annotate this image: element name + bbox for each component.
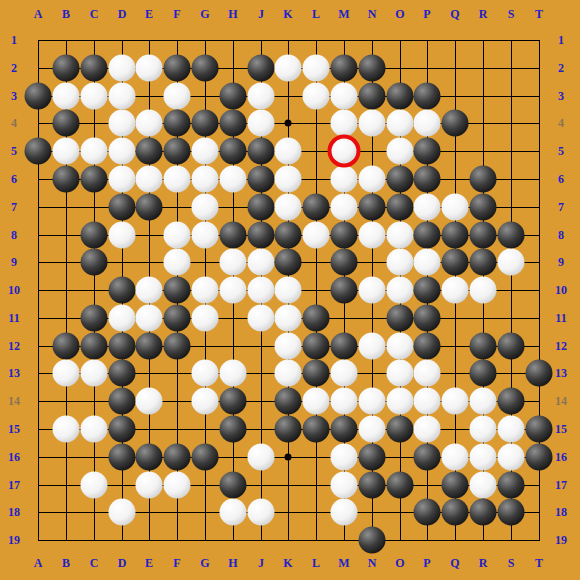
black-stone-J7[interactable] — [248, 194, 275, 221]
white-stone-H9[interactable] — [220, 249, 247, 276]
black-stone-A3[interactable] — [25, 83, 52, 110]
col-label-bottom-T: T — [535, 556, 543, 571]
white-stone-D18[interactable] — [109, 499, 136, 526]
black-stone-C9[interactable] — [81, 249, 108, 276]
black-stone-F2[interactable] — [164, 55, 191, 82]
black-stone-L12[interactable] — [303, 333, 330, 360]
black-stone-H3[interactable] — [220, 83, 247, 110]
white-stone-B3[interactable] — [53, 83, 80, 110]
col-label-top-M: M — [338, 7, 349, 22]
black-stone-Q17[interactable] — [442, 472, 469, 499]
white-stone-D8[interactable] — [109, 222, 136, 249]
row-label-left-3: 3 — [11, 89, 17, 104]
white-stone-S15[interactable] — [498, 416, 525, 443]
white-stone-S16[interactable] — [498, 444, 525, 471]
col-label-bottom-S: S — [508, 556, 515, 571]
black-stone-R12[interactable] — [470, 333, 497, 360]
black-stone-H4[interactable] — [220, 110, 247, 137]
row-label-right-15: 15 — [555, 422, 567, 437]
row-label-left-8: 8 — [11, 228, 17, 243]
row-label-left-18: 18 — [8, 505, 20, 520]
black-stone-D14[interactable] — [109, 388, 136, 415]
white-stone-R14[interactable] — [470, 388, 497, 415]
black-stone-L15[interactable] — [303, 416, 330, 443]
row-label-right-16: 16 — [555, 450, 567, 465]
row-label-right-8: 8 — [558, 228, 564, 243]
col-label-top-B: B — [62, 7, 70, 22]
white-stone-K12[interactable] — [275, 333, 302, 360]
white-stone-N10[interactable] — [359, 277, 386, 304]
black-stone-O6[interactable] — [387, 166, 414, 193]
white-stone-B15[interactable] — [53, 416, 80, 443]
col-label-top-J: J — [258, 7, 264, 22]
white-stone-E2[interactable] — [136, 55, 163, 82]
row-label-left-5: 5 — [11, 144, 17, 159]
col-label-bottom-R: R — [479, 556, 488, 571]
black-stone-G4[interactable] — [192, 110, 219, 137]
white-stone-K2[interactable] — [275, 55, 302, 82]
white-stone-B5[interactable] — [53, 138, 80, 165]
row-label-left-13: 13 — [8, 366, 20, 381]
col-label-top-T: T — [535, 7, 543, 22]
col-label-bottom-G: G — [200, 556, 209, 571]
black-stone-E7[interactable] — [136, 194, 163, 221]
black-stone-M10[interactable] — [331, 277, 358, 304]
white-stone-D3[interactable] — [109, 83, 136, 110]
black-stone-H17[interactable] — [220, 472, 247, 499]
col-label-top-H: H — [228, 7, 237, 22]
white-stone-O12[interactable] — [387, 333, 414, 360]
white-stone-E4[interactable] — [136, 110, 163, 137]
black-stone-M8[interactable] — [331, 222, 358, 249]
black-stone-J5[interactable] — [248, 138, 275, 165]
black-stone-S12[interactable] — [498, 333, 525, 360]
black-stone-Q4[interactable] — [442, 110, 469, 137]
row-label-right-10: 10 — [555, 283, 567, 298]
white-stone-O4[interactable] — [387, 110, 414, 137]
white-stone-M18[interactable] — [331, 499, 358, 526]
row-label-left-17: 17 — [8, 478, 20, 493]
black-stone-J2[interactable] — [248, 55, 275, 82]
row-label-left-4: 4 — [11, 116, 17, 131]
black-stone-E12[interactable] — [136, 333, 163, 360]
black-stone-F16[interactable] — [164, 444, 191, 471]
black-stone-H15[interactable] — [220, 416, 247, 443]
row-label-left-7: 7 — [11, 200, 17, 215]
black-stone-N16[interactable] — [359, 444, 386, 471]
white-stone-O13[interactable] — [387, 360, 414, 387]
row-label-right-2: 2 — [558, 61, 564, 76]
grid-line-horizontal — [38, 540, 539, 541]
row-label-right-5: 5 — [558, 144, 564, 159]
white-stone-O9[interactable] — [387, 249, 414, 276]
white-stone-H18[interactable] — [220, 499, 247, 526]
black-stone-D7[interactable] — [109, 194, 136, 221]
black-stone-P16[interactable] — [414, 444, 441, 471]
white-stone-L8[interactable] — [303, 222, 330, 249]
grid-line-vertical — [316, 40, 317, 541]
black-stone-T15[interactable] — [526, 416, 553, 443]
white-stone-F6[interactable] — [164, 166, 191, 193]
col-label-bottom-M: M — [338, 556, 349, 571]
col-label-bottom-D: D — [118, 556, 127, 571]
row-label-right-17: 17 — [555, 478, 567, 493]
black-stone-P6[interactable] — [414, 166, 441, 193]
white-stone-O14[interactable] — [387, 388, 414, 415]
white-stone-K6[interactable] — [275, 166, 302, 193]
black-stone-O7[interactable] — [387, 194, 414, 221]
black-stone-B2[interactable] — [53, 55, 80, 82]
white-stone-O5[interactable] — [387, 138, 414, 165]
black-stone-H8[interactable] — [220, 222, 247, 249]
black-stone-B4[interactable] — [53, 110, 80, 137]
white-stone-C5[interactable] — [81, 138, 108, 165]
black-stone-N17[interactable] — [359, 472, 386, 499]
white-stone-S9[interactable] — [498, 249, 525, 276]
white-stone-E10[interactable] — [136, 277, 163, 304]
row-label-right-1: 1 — [558, 33, 564, 48]
white-stone-H13[interactable] — [220, 360, 247, 387]
black-stone-J8[interactable] — [248, 222, 275, 249]
col-label-top-C: C — [90, 7, 99, 22]
black-stone-M9[interactable] — [331, 249, 358, 276]
white-stone-P15[interactable] — [414, 416, 441, 443]
white-stone-K10[interactable] — [275, 277, 302, 304]
white-stone-J16[interactable] — [248, 444, 275, 471]
black-stone-O15[interactable] — [387, 416, 414, 443]
black-stone-P12[interactable] — [414, 333, 441, 360]
col-label-bottom-P: P — [423, 556, 430, 571]
white-stone-N4[interactable] — [359, 110, 386, 137]
white-stone-D11[interactable] — [109, 305, 136, 332]
col-label-bottom-N: N — [368, 556, 377, 571]
black-stone-C12[interactable] — [81, 333, 108, 360]
black-stone-M2[interactable] — [331, 55, 358, 82]
black-stone-R7[interactable] — [470, 194, 497, 221]
white-stone-H10[interactable] — [220, 277, 247, 304]
white-stone-G14[interactable] — [192, 388, 219, 415]
white-stone-P7[interactable] — [414, 194, 441, 221]
white-stone-K7[interactable] — [275, 194, 302, 221]
white-stone-D6[interactable] — [109, 166, 136, 193]
white-stone-P13[interactable] — [414, 360, 441, 387]
col-label-bottom-J: J — [258, 556, 264, 571]
last-move-marker — [328, 135, 361, 168]
white-stone-B13[interactable] — [53, 360, 80, 387]
row-label-right-6: 6 — [558, 172, 564, 187]
black-stone-S8[interactable] — [498, 222, 525, 249]
black-stone-H5[interactable] — [220, 138, 247, 165]
go-board: AABBCCDDEEFFGGHHJJKKLLMMNNOOPPQQRRSSTT11… — [0, 0, 580, 580]
black-stone-B12[interactable] — [53, 333, 80, 360]
white-stone-J18[interactable] — [248, 499, 275, 526]
white-stone-J3[interactable] — [248, 83, 275, 110]
white-stone-R16[interactable] — [470, 444, 497, 471]
row-label-right-7: 7 — [558, 200, 564, 215]
white-stone-M3[interactable] — [331, 83, 358, 110]
black-stone-K14[interactable] — [275, 388, 302, 415]
white-stone-E6[interactable] — [136, 166, 163, 193]
white-stone-M14[interactable] — [331, 388, 358, 415]
white-stone-R17[interactable] — [470, 472, 497, 499]
row-label-right-4: 4 — [558, 116, 564, 131]
white-stone-N14[interactable] — [359, 388, 386, 415]
row-label-right-3: 3 — [558, 89, 564, 104]
white-stone-G8[interactable] — [192, 222, 219, 249]
row-label-left-19: 19 — [8, 533, 20, 548]
white-stone-N6[interactable] — [359, 166, 386, 193]
black-stone-O3[interactable] — [387, 83, 414, 110]
white-stone-M13[interactable] — [331, 360, 358, 387]
white-stone-N12[interactable] — [359, 333, 386, 360]
white-stone-M4[interactable] — [331, 110, 358, 137]
white-stone-N15[interactable] — [359, 416, 386, 443]
black-stone-F10[interactable] — [164, 277, 191, 304]
black-stone-C6[interactable] — [81, 166, 108, 193]
black-stone-N7[interactable] — [359, 194, 386, 221]
black-stone-F11[interactable] — [164, 305, 191, 332]
black-stone-B6[interactable] — [53, 166, 80, 193]
black-stone-N3[interactable] — [359, 83, 386, 110]
black-stone-F12[interactable] — [164, 333, 191, 360]
col-label-top-K: K — [283, 7, 292, 22]
black-stone-S14[interactable] — [498, 388, 525, 415]
col-label-bottom-A: A — [34, 556, 43, 571]
white-stone-G5[interactable] — [192, 138, 219, 165]
row-label-left-15: 15 — [8, 422, 20, 437]
col-label-top-R: R — [479, 7, 488, 22]
row-label-left-16: 16 — [8, 450, 20, 465]
black-stone-D13[interactable] — [109, 360, 136, 387]
row-label-right-9: 9 — [558, 255, 564, 270]
white-stone-L2[interactable] — [303, 55, 330, 82]
col-label-bottom-L: L — [312, 556, 320, 571]
white-stone-R10[interactable] — [470, 277, 497, 304]
white-stone-N8[interactable] — [359, 222, 386, 249]
col-label-top-G: G — [200, 7, 209, 22]
white-stone-M6[interactable] — [331, 166, 358, 193]
black-stone-K15[interactable] — [275, 416, 302, 443]
white-stone-F3[interactable] — [164, 83, 191, 110]
col-label-bottom-K: K — [283, 556, 292, 571]
black-stone-S17[interactable] — [498, 472, 525, 499]
col-label-bottom-H: H — [228, 556, 237, 571]
black-stone-T13[interactable] — [526, 360, 553, 387]
black-stone-O11[interactable] — [387, 305, 414, 332]
black-stone-R6[interactable] — [470, 166, 497, 193]
white-stone-G11[interactable] — [192, 305, 219, 332]
col-label-bottom-O: O — [395, 556, 404, 571]
white-stone-Q10[interactable] — [442, 277, 469, 304]
white-stone-Q16[interactable] — [442, 444, 469, 471]
black-stone-C2[interactable] — [81, 55, 108, 82]
white-stone-E14[interactable] — [136, 388, 163, 415]
row-label-left-14: 14 — [8, 394, 20, 409]
black-stone-R13[interactable] — [470, 360, 497, 387]
black-stone-T16[interactable] — [526, 444, 553, 471]
white-stone-G6[interactable] — [192, 166, 219, 193]
white-stone-C15[interactable] — [81, 416, 108, 443]
white-stone-M16[interactable] — [331, 444, 358, 471]
white-stone-P4[interactable] — [414, 110, 441, 137]
white-stone-G7[interactable] — [192, 194, 219, 221]
row-label-right-14: 14 — [555, 394, 567, 409]
col-label-top-A: A — [34, 7, 43, 22]
col-label-top-O: O — [395, 7, 404, 22]
white-stone-J10[interactable] — [248, 277, 275, 304]
black-stone-Q9[interactable] — [442, 249, 469, 276]
black-stone-C8[interactable] — [81, 222, 108, 249]
col-label-bottom-Q: Q — [450, 556, 459, 571]
row-label-right-19: 19 — [555, 533, 567, 548]
white-stone-D4[interactable] — [109, 110, 136, 137]
row-label-right-18: 18 — [555, 505, 567, 520]
white-stone-F9[interactable] — [164, 249, 191, 276]
col-label-top-P: P — [423, 7, 430, 22]
white-stone-F17[interactable] — [164, 472, 191, 499]
white-stone-O10[interactable] — [387, 277, 414, 304]
black-stone-J6[interactable] — [248, 166, 275, 193]
white-stone-F8[interactable] — [164, 222, 191, 249]
white-stone-Q14[interactable] — [442, 388, 469, 415]
col-label-top-E: E — [145, 7, 153, 22]
col-label-top-F: F — [173, 7, 180, 22]
col-label-top-N: N — [368, 7, 377, 22]
black-stone-P5[interactable] — [414, 138, 441, 165]
black-stone-P18[interactable] — [414, 499, 441, 526]
black-stone-F4[interactable] — [164, 110, 191, 137]
black-stone-G16[interactable] — [192, 444, 219, 471]
row-label-left-1: 1 — [11, 33, 17, 48]
white-stone-D5[interactable] — [109, 138, 136, 165]
white-stone-C17[interactable] — [81, 472, 108, 499]
black-stone-L13[interactable] — [303, 360, 330, 387]
black-stone-Q18[interactable] — [442, 499, 469, 526]
black-stone-E5[interactable] — [136, 138, 163, 165]
black-stone-R9[interactable] — [470, 249, 497, 276]
white-stone-Q7[interactable] — [442, 194, 469, 221]
white-stone-E11[interactable] — [136, 305, 163, 332]
black-stone-D10[interactable] — [109, 277, 136, 304]
hoshi-point-K16 — [285, 454, 292, 461]
black-stone-H14[interactable] — [220, 388, 247, 415]
white-stone-L3[interactable] — [303, 83, 330, 110]
row-label-left-2: 2 — [11, 61, 17, 76]
row-label-left-9: 9 — [11, 255, 17, 270]
white-stone-E17[interactable] — [136, 472, 163, 499]
black-stone-D15[interactable] — [109, 416, 136, 443]
black-stone-E16[interactable] — [136, 444, 163, 471]
black-stone-S18[interactable] — [498, 499, 525, 526]
white-stone-O8[interactable] — [387, 222, 414, 249]
white-stone-K13[interactable] — [275, 360, 302, 387]
black-stone-F5[interactable] — [164, 138, 191, 165]
white-stone-D2[interactable] — [109, 55, 136, 82]
col-label-bottom-E: E — [145, 556, 153, 571]
col-label-top-L: L — [312, 7, 320, 22]
black-stone-O17[interactable] — [387, 472, 414, 499]
black-stone-M15[interactable] — [331, 416, 358, 443]
white-stone-C3[interactable] — [81, 83, 108, 110]
white-stone-M17[interactable] — [331, 472, 358, 499]
white-stone-J4[interactable] — [248, 110, 275, 137]
white-stone-H6[interactable] — [220, 166, 247, 193]
black-stone-K9[interactable] — [275, 249, 302, 276]
col-label-top-Q: Q — [450, 7, 459, 22]
col-label-top-S: S — [508, 7, 515, 22]
black-stone-D16[interactable] — [109, 444, 136, 471]
white-stone-G13[interactable] — [192, 360, 219, 387]
black-stone-P11[interactable] — [414, 305, 441, 332]
white-stone-P14[interactable] — [414, 388, 441, 415]
white-stone-J9[interactable] — [248, 249, 275, 276]
hoshi-point-K4 — [285, 120, 292, 127]
white-stone-C13[interactable] — [81, 360, 108, 387]
black-stone-K8[interactable] — [275, 222, 302, 249]
black-stone-G2[interactable] — [192, 55, 219, 82]
white-stone-P9[interactable] — [414, 249, 441, 276]
row-label-right-12: 12 — [555, 339, 567, 354]
black-stone-R18[interactable] — [470, 499, 497, 526]
black-stone-N2[interactable] — [359, 55, 386, 82]
col-label-bottom-F: F — [173, 556, 180, 571]
col-label-top-D: D — [118, 7, 127, 22]
black-stone-C11[interactable] — [81, 305, 108, 332]
col-label-bottom-B: B — [62, 556, 70, 571]
row-label-right-11: 11 — [555, 311, 566, 326]
black-stone-D12[interactable] — [109, 333, 136, 360]
black-stone-M12[interactable] — [331, 333, 358, 360]
row-label-left-12: 12 — [8, 339, 20, 354]
white-stone-J11[interactable] — [248, 305, 275, 332]
row-label-left-11: 11 — [8, 311, 19, 326]
black-stone-N19[interactable] — [359, 527, 386, 554]
row-label-right-13: 13 — [555, 366, 567, 381]
white-stone-L14[interactable] — [303, 388, 330, 415]
white-stone-G10[interactable] — [192, 277, 219, 304]
white-stone-K11[interactable] — [275, 305, 302, 332]
white-stone-R15[interactable] — [470, 416, 497, 443]
black-stone-P10[interactable] — [414, 277, 441, 304]
white-stone-K5[interactable] — [275, 138, 302, 165]
row-label-left-6: 6 — [11, 172, 17, 187]
black-stone-R8[interactable] — [470, 222, 497, 249]
black-stone-L11[interactable] — [303, 305, 330, 332]
black-stone-Q8[interactable] — [442, 222, 469, 249]
black-stone-A5[interactable] — [25, 138, 52, 165]
col-label-bottom-C: C — [90, 556, 99, 571]
black-stone-P8[interactable] — [414, 222, 441, 249]
black-stone-L7[interactable] — [303, 194, 330, 221]
row-label-left-10: 10 — [8, 283, 20, 298]
white-stone-M7[interactable] — [331, 194, 358, 221]
black-stone-P3[interactable] — [414, 83, 441, 110]
